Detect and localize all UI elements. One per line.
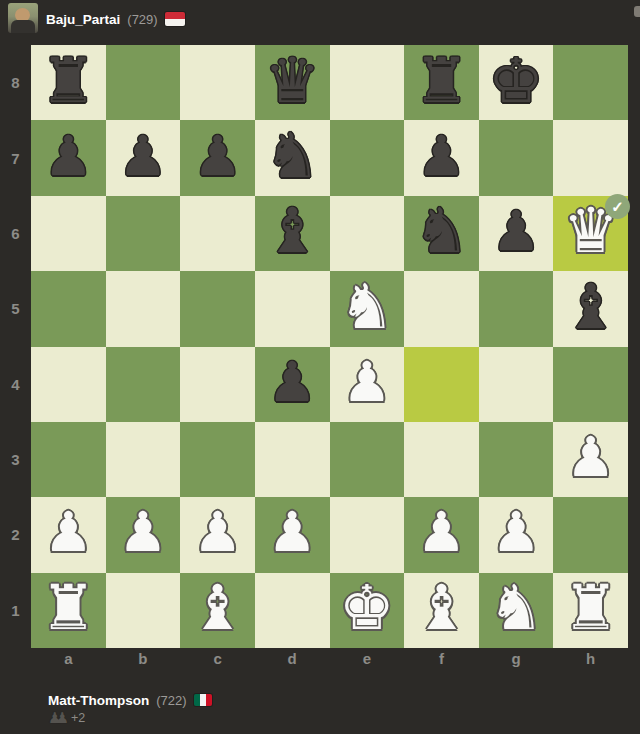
piece-bB-h5[interactable]: ♝	[563, 276, 619, 338]
good-move-check-icon: ✓	[605, 194, 630, 219]
rank-label-8: 8	[0, 45, 31, 120]
file-label-b: b	[106, 648, 181, 670]
indonesia-flag-icon	[165, 12, 185, 26]
square-b1[interactable]	[106, 573, 181, 648]
square-e6[interactable]	[330, 196, 405, 271]
cropped-ui-icon	[634, 6, 640, 17]
file-labels: abcdefgh	[31, 648, 628, 670]
player-bar-top: Baju_Partai (729)	[0, 0, 640, 44]
square-c8[interactable]	[180, 45, 255, 120]
square-a7[interactable]: ♟	[31, 120, 106, 195]
rank-label-4: 4	[0, 347, 31, 422]
rank-label-7: 7	[0, 120, 31, 195]
file-label-c: c	[180, 648, 255, 670]
square-d5[interactable]	[255, 271, 330, 346]
square-f5[interactable]	[404, 271, 479, 346]
file-label-h: h	[553, 648, 628, 670]
square-g6[interactable]: ♟	[479, 196, 554, 271]
piece-bN-f6[interactable]: ♞	[414, 200, 470, 262]
piece-bB-d6[interactable]: ♝	[264, 200, 320, 262]
square-e4[interactable]: ♟	[330, 347, 405, 422]
square-b8[interactable]	[106, 45, 181, 120]
square-a3[interactable]	[31, 422, 106, 497]
square-f7[interactable]: ♟	[404, 120, 479, 195]
square-d8[interactable]: ♛	[255, 45, 330, 120]
piece-bP-d4[interactable]: ♟	[268, 355, 317, 410]
square-e1[interactable]: ♚	[330, 573, 405, 648]
square-h2[interactable]	[553, 497, 628, 572]
piece-wP-h3[interactable]: ♟	[566, 430, 615, 485]
file-label-f: f	[404, 648, 479, 670]
square-g1[interactable]: ♞	[479, 573, 554, 648]
square-h3[interactable]: ♟	[553, 422, 628, 497]
square-h5[interactable]: ♝	[553, 271, 628, 346]
piece-bP-f7[interactable]: ♟	[417, 129, 466, 184]
player-top-name[interactable]: Baju_Partai	[46, 12, 120, 27]
square-b4[interactable]	[106, 347, 181, 422]
rank-label-1: 1	[0, 573, 31, 648]
square-h6[interactable]: ♛✓	[553, 196, 628, 271]
square-e3[interactable]	[330, 422, 405, 497]
square-g3[interactable]	[479, 422, 554, 497]
piece-wB-c1[interactable]: ♝	[190, 577, 246, 639]
square-h4[interactable]	[553, 347, 628, 422]
square-b3[interactable]	[106, 422, 181, 497]
piece-bP-g6[interactable]: ♟	[491, 204, 540, 259]
square-f4[interactable]	[404, 347, 479, 422]
piece-bP-c7[interactable]: ♟	[193, 129, 242, 184]
square-a4[interactable]	[31, 347, 106, 422]
rank-label-2: 2	[0, 497, 31, 572]
square-g5[interactable]	[479, 271, 554, 346]
square-g7[interactable]	[479, 120, 554, 195]
square-g8[interactable]: ♚	[479, 45, 554, 120]
chess-game-screen: Baju_Partai (729) 87654321 ♜♛♜♚♟♟♟♞♟♝♞♟♛…	[0, 0, 640, 734]
player-top-avatar[interactable]	[8, 3, 38, 33]
piece-wN-g1[interactable]: ♞	[488, 577, 544, 639]
rank-labels: 87654321	[0, 45, 31, 648]
chess-board: ♜♛♜♚♟♟♟♞♟♝♞♟♛✓♞♝♟♟♟♟♟♟♟♟♟♜♝♚♝♞♜	[31, 45, 628, 648]
piece-wP-f2[interactable]: ♟	[417, 505, 466, 560]
square-e2[interactable]	[330, 497, 405, 572]
square-c4[interactable]	[180, 347, 255, 422]
rank-label-5: 5	[0, 271, 31, 346]
square-a2[interactable]: ♟	[31, 497, 106, 572]
piece-bR-f8[interactable]: ♜	[414, 50, 470, 112]
square-c2[interactable]: ♟	[180, 497, 255, 572]
piece-wB-f1[interactable]: ♝	[414, 577, 470, 639]
square-f1[interactable]: ♝	[404, 573, 479, 648]
captured-pawns-icon: ♟♟	[48, 709, 63, 727]
piece-wR-h1[interactable]: ♜	[563, 577, 619, 639]
square-h1[interactable]: ♜	[553, 573, 628, 648]
piece-wP-c2[interactable]: ♟	[193, 505, 242, 560]
square-h8[interactable]	[553, 45, 628, 120]
piece-wP-g2[interactable]: ♟	[491, 505, 540, 560]
square-a1[interactable]: ♜	[31, 573, 106, 648]
file-label-g: g	[479, 648, 554, 670]
square-g4[interactable]	[479, 347, 554, 422]
square-a5[interactable]	[31, 271, 106, 346]
piece-bP-b7[interactable]: ♟	[118, 129, 167, 184]
square-d6[interactable]: ♝	[255, 196, 330, 271]
square-f8[interactable]: ♜	[404, 45, 479, 120]
square-d2[interactable]: ♟	[255, 497, 330, 572]
file-label-a: a	[31, 648, 106, 670]
square-e8[interactable]	[330, 45, 405, 120]
square-c5[interactable]	[180, 271, 255, 346]
square-d7[interactable]: ♞	[255, 120, 330, 195]
piece-bK-g8[interactable]: ♚	[488, 50, 544, 112]
square-b7[interactable]: ♟	[106, 120, 181, 195]
square-h7[interactable]	[553, 120, 628, 195]
square-e7[interactable]	[330, 120, 405, 195]
piece-bN-d7[interactable]: ♞	[264, 125, 320, 187]
mexico-flag-icon	[194, 694, 212, 706]
file-label-e: e	[330, 648, 405, 670]
piece-bR-a8[interactable]: ♜	[41, 50, 97, 112]
player-bottom-rating: (722)	[156, 693, 186, 708]
piece-wP-b2[interactable]: ♟	[118, 505, 167, 560]
piece-bP-a7[interactable]: ♟	[44, 129, 93, 184]
piece-wN-e5[interactable]: ♞	[339, 276, 395, 338]
avatar-photo-body	[11, 20, 35, 33]
square-f3[interactable]	[404, 422, 479, 497]
square-c6[interactable]	[180, 196, 255, 271]
player-bar-bottom: ♟ Matt-Thompson (722) ♟♟ +2	[0, 690, 640, 734]
player-bottom-name[interactable]: Matt-Thompson	[48, 693, 149, 708]
square-d4[interactable]: ♟	[255, 347, 330, 422]
piece-wP-e4[interactable]: ♟	[342, 355, 391, 410]
piece-bQ-d8[interactable]: ♛	[264, 50, 320, 112]
piece-wR-a1[interactable]: ♜	[41, 577, 97, 639]
player-top-rating: (729)	[127, 12, 157, 27]
square-f2[interactable]: ♟	[404, 497, 479, 572]
rank-label-6: 6	[0, 196, 31, 271]
square-g2[interactable]: ♟	[479, 497, 554, 572]
square-b5[interactable]	[106, 271, 181, 346]
square-f6[interactable]: ♞	[404, 196, 479, 271]
material-advantage: +2	[71, 711, 85, 725]
square-c1[interactable]: ♝	[180, 573, 255, 648]
square-b2[interactable]: ♟	[106, 497, 181, 572]
square-e5[interactable]: ♞	[330, 271, 405, 346]
square-a8[interactable]: ♜	[31, 45, 106, 120]
square-c3[interactable]	[180, 422, 255, 497]
rank-label-3: 3	[0, 422, 31, 497]
square-b6[interactable]	[106, 196, 181, 271]
square-d3[interactable]	[255, 422, 330, 497]
piece-wP-a2[interactable]: ♟	[44, 505, 93, 560]
square-a6[interactable]	[31, 196, 106, 271]
file-label-d: d	[255, 648, 330, 670]
piece-wP-d2[interactable]: ♟	[268, 505, 317, 560]
square-d1[interactable]	[255, 573, 330, 648]
piece-wK-e1[interactable]: ♚	[339, 577, 395, 639]
square-c7[interactable]: ♟	[180, 120, 255, 195]
